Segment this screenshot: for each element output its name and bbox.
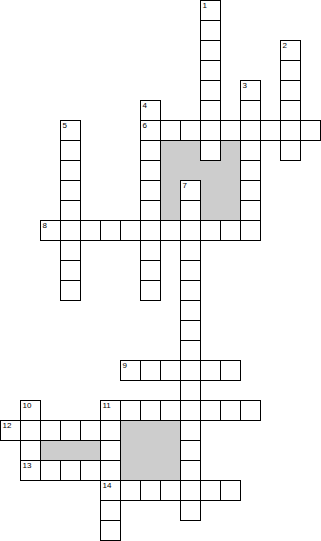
cell-r3-c14[interactable] (280, 60, 301, 81)
cell-r13-c3[interactable] (60, 260, 81, 281)
cell-r6-c8[interactable] (160, 120, 181, 141)
shaded-cell-r23-c7 (140, 460, 161, 481)
cell-r18-c8[interactable] (160, 360, 181, 381)
cell-r23-c9[interactable] (180, 460, 201, 481)
cell-r21-c0[interactable] (0, 420, 21, 441)
cell-r20-c11[interactable] (220, 400, 241, 421)
cell-r24-c5[interactable] (100, 480, 121, 501)
cell-r6-c11[interactable] (220, 120, 241, 141)
cell-r21-c5[interactable] (100, 420, 121, 441)
shaded-cell-r22-c7 (140, 440, 161, 461)
cell-r18-c11[interactable] (220, 360, 241, 381)
cell-r24-c6[interactable] (120, 480, 141, 501)
cell-r12-c9[interactable] (180, 240, 201, 261)
cell-r7-c10[interactable] (200, 140, 221, 161)
cell-r6-c12[interactable] (240, 120, 261, 141)
cell-r23-c5[interactable] (100, 460, 121, 481)
shaded-cell-r8-c10 (200, 160, 221, 181)
cell-r14-c3[interactable] (60, 280, 81, 301)
cell-r11-c8[interactable] (160, 220, 181, 241)
shaded-cell-r22-c4 (80, 440, 101, 461)
cell-r20-c5[interactable] (100, 400, 121, 421)
cell-r11-c2[interactable] (40, 220, 61, 241)
shaded-cell-r21-c6 (120, 420, 141, 441)
cell-r5-c7[interactable] (140, 100, 161, 121)
cell-r13-c9[interactable] (180, 260, 201, 281)
cell-r21-c1[interactable] (20, 420, 41, 441)
cell-r20-c7[interactable] (140, 400, 161, 421)
cell-r6-c3[interactable] (60, 120, 81, 141)
cell-r22-c9[interactable] (180, 440, 201, 461)
cell-r26-c5[interactable] (100, 520, 121, 541)
shaded-cell-r9-c10 (200, 180, 221, 201)
shaded-cell-r22-c6 (120, 440, 141, 461)
cell-r3-c10[interactable] (200, 60, 221, 81)
shaded-cell-r10-c11 (220, 200, 241, 221)
shaded-cell-r8-c11 (220, 160, 241, 181)
cell-r6-c15[interactable] (300, 120, 321, 141)
cell-r6-c14[interactable] (280, 120, 301, 141)
cell-r14-c9[interactable] (180, 280, 201, 301)
shaded-cell-r23-c6 (120, 460, 141, 481)
cell-r11-c7[interactable] (140, 220, 161, 241)
cell-r23-c3[interactable] (60, 460, 81, 481)
cell-r4-c12[interactable] (240, 80, 261, 101)
cell-r11-c9[interactable] (180, 220, 201, 241)
shaded-cell-r9-c8 (160, 180, 181, 201)
cell-r16-c9[interactable] (180, 320, 201, 341)
shaded-cell-r22-c3 (60, 440, 81, 461)
cell-r10-c9[interactable] (180, 200, 201, 221)
cell-r23-c2[interactable] (40, 460, 61, 481)
cell-r13-c7[interactable] (140, 260, 161, 281)
cell-r21-c4[interactable] (80, 420, 101, 441)
cell-r14-c7[interactable] (140, 280, 161, 301)
cell-r5-c12[interactable] (240, 100, 261, 121)
shaded-cell-r10-c10 (200, 200, 221, 221)
cell-r0-c10[interactable] (200, 0, 221, 21)
cell-r11-c11[interactable] (220, 220, 241, 241)
cell-r24-c11[interactable] (220, 480, 241, 501)
cell-r6-c13[interactable] (260, 120, 281, 141)
cell-r6-c7[interactable] (140, 120, 161, 141)
cell-r11-c10[interactable] (200, 220, 221, 241)
cell-r25-c5[interactable] (100, 500, 121, 521)
shaded-cell-r10-c8 (160, 200, 181, 221)
crossword-board: 1234567891011121314 (0, 0, 321, 541)
cell-r20-c10[interactable] (200, 400, 221, 421)
shaded-cell-r23-c8 (160, 460, 181, 481)
cell-r7-c7[interactable] (140, 140, 161, 161)
cell-r6-c9[interactable] (180, 120, 201, 141)
cell-r20-c8[interactable] (160, 400, 181, 421)
cell-r10-c7[interactable] (140, 200, 161, 221)
shaded-cell-r7-c8 (160, 140, 181, 161)
shaded-cell-r22-c2 (40, 440, 61, 461)
cell-r9-c3[interactable] (60, 180, 81, 201)
cell-r9-c7[interactable] (140, 180, 161, 201)
cell-r11-c12[interactable] (240, 220, 261, 241)
cell-r22-c5[interactable] (100, 440, 121, 461)
cell-r2-c10[interactable] (200, 40, 221, 61)
cell-r10-c3[interactable] (60, 200, 81, 221)
cell-r15-c9[interactable] (180, 300, 201, 321)
cell-r17-c9[interactable] (180, 340, 201, 361)
cell-r1-c10[interactable] (200, 20, 221, 41)
cell-r4-c10[interactable] (200, 80, 221, 101)
cell-r9-c12[interactable] (240, 180, 261, 201)
shaded-cell-r22-c8 (160, 440, 181, 461)
cell-r7-c3[interactable] (60, 140, 81, 161)
cell-r20-c9[interactable] (180, 400, 201, 421)
shaded-cell-r7-c11 (220, 140, 241, 161)
cell-r8-c12[interactable] (240, 160, 261, 181)
cell-r5-c14[interactable] (280, 100, 301, 121)
cell-r10-c12[interactable] (240, 200, 261, 221)
cell-r22-c1[interactable] (20, 440, 41, 461)
cell-r8-c7[interactable] (140, 160, 161, 181)
puzzle-page: 1234567891011121314 (0, 0, 321, 541)
cell-r12-c3[interactable] (60, 240, 81, 261)
cell-r2-c14[interactable] (280, 40, 301, 61)
cell-r20-c1[interactable] (20, 400, 41, 421)
cell-r21-c3[interactable] (60, 420, 81, 441)
cell-r21-c9[interactable] (180, 420, 201, 441)
cell-r18-c9[interactable] (180, 360, 201, 381)
cell-r11-c4[interactable] (80, 220, 101, 241)
cell-r6-c10[interactable] (200, 120, 221, 141)
cell-r20-c12[interactable] (240, 400, 261, 421)
cell-r5-c10[interactable] (200, 100, 221, 121)
cell-r23-c4[interactable] (80, 460, 101, 481)
cell-r18-c10[interactable] (200, 360, 221, 381)
shaded-cell-r21-c8 (160, 420, 181, 441)
shaded-cell-r8-c8 (160, 160, 181, 181)
cell-r21-c2[interactable] (40, 420, 61, 441)
cell-r11-c6[interactable] (120, 220, 141, 241)
shaded-cell-r9-c11 (220, 180, 241, 201)
shaded-cell-r21-c7 (140, 420, 161, 441)
cell-r18-c7[interactable] (140, 360, 161, 381)
cell-r8-c3[interactable] (60, 160, 81, 181)
cell-r9-c9[interactable] (180, 180, 201, 201)
cell-r7-c14[interactable] (280, 140, 301, 161)
shaded-cell-r7-c9 (180, 140, 201, 161)
cell-r24-c9[interactable] (180, 480, 201, 501)
cell-r19-c9[interactable] (180, 380, 201, 401)
cell-r7-c12[interactable] (240, 140, 261, 161)
cell-r23-c1[interactable] (20, 460, 41, 481)
cell-r24-c7[interactable] (140, 480, 161, 501)
cell-r25-c9[interactable] (180, 500, 201, 521)
cell-r12-c7[interactable] (140, 240, 161, 261)
shaded-cell-r8-c9 (180, 160, 201, 181)
cell-r20-c6[interactable] (120, 400, 141, 421)
cell-r24-c8[interactable] (160, 480, 181, 501)
cell-r11-c3[interactable] (60, 220, 81, 241)
cell-r18-c6[interactable] (120, 360, 141, 381)
cell-r11-c5[interactable] (100, 220, 121, 241)
cell-r24-c10[interactable] (200, 480, 221, 501)
cell-r4-c14[interactable] (280, 80, 301, 101)
